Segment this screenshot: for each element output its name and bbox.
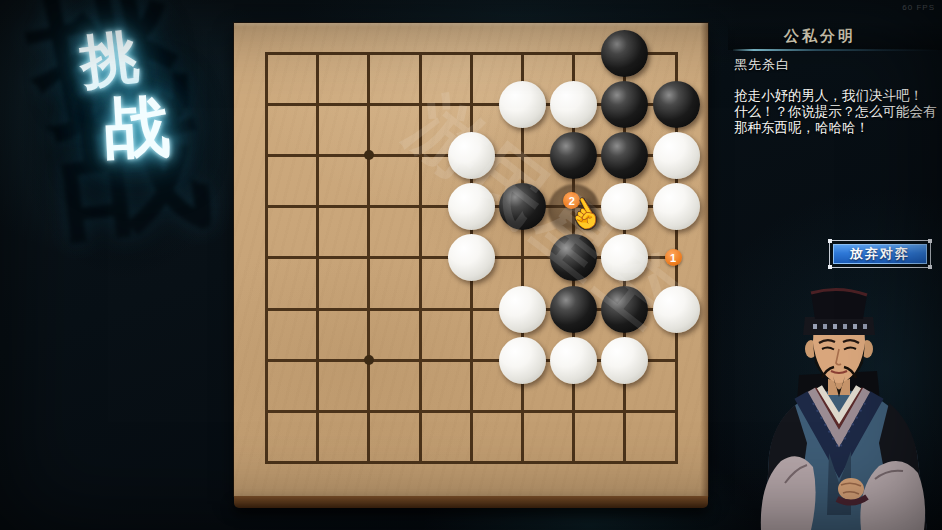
give-up-button[interactable]: 放弃对弈 — [829, 240, 931, 268]
puzzle-objective: 黑先杀白 — [734, 56, 790, 74]
go-board[interactable]: 游民星空 12 — [234, 23, 708, 496]
black-stone — [653, 81, 700, 128]
white-stone — [499, 286, 546, 333]
game-screen: 挑 战 挑 战 60 FPS 游民星空 12 ☝ 公私分明 黑先杀白 抢走小妤的… — [0, 0, 942, 530]
white-stone — [499, 337, 546, 384]
give-up-button-label[interactable]: 放弃对弈 — [833, 244, 927, 264]
white-stone — [550, 81, 597, 128]
white-stone — [448, 132, 495, 179]
npc-portrait — [755, 283, 942, 530]
grid-line — [265, 461, 678, 464]
white-stone — [448, 183, 495, 230]
white-stone — [653, 286, 700, 333]
white-stone — [601, 337, 648, 384]
challenge-calligraphy-char-2: 战 — [102, 92, 171, 161]
black-stone — [550, 286, 597, 333]
white-stone — [448, 234, 495, 281]
dialogue-line-1: 抢走小妤的男人，我们决斗吧！ — [734, 88, 942, 104]
black-stone — [601, 81, 648, 128]
dialogue-line-3: 那种东西呢，哈哈哈！ — [734, 120, 942, 136]
dialogue-line-2: 什么！？你说提示？怎么可能会有 — [734, 104, 942, 120]
title-separator-line — [733, 49, 940, 51]
button-corner-accent — [928, 239, 932, 243]
npc-dialogue: 抢走小妤的男人，我们决斗吧！ 什么！？你说提示？怎么可能会有 那种东西呢，哈哈哈… — [734, 88, 942, 136]
black-stone — [601, 132, 648, 179]
white-stone — [550, 337, 597, 384]
board-right-bevel — [700, 23, 708, 496]
move-marker-1: 1 — [665, 249, 682, 266]
black-stone — [601, 30, 648, 77]
black-stone — [499, 183, 546, 230]
white-stone — [499, 81, 546, 128]
fps-counter: 60 FPS — [902, 3, 935, 12]
white-stone — [653, 183, 700, 230]
button-corner-accent — [828, 265, 832, 269]
puzzle-title: 公私分明 — [733, 27, 907, 46]
black-stone — [601, 286, 648, 333]
challenge-calligraphy-char-1: 挑 — [77, 27, 142, 92]
black-stone — [550, 132, 597, 179]
board-top-highlight — [234, 23, 708, 27]
white-stone — [653, 132, 700, 179]
grid-line — [265, 410, 678, 413]
board-side-edge — [234, 496, 708, 508]
button-corner-accent — [828, 239, 832, 243]
button-corner-accent — [928, 265, 932, 269]
